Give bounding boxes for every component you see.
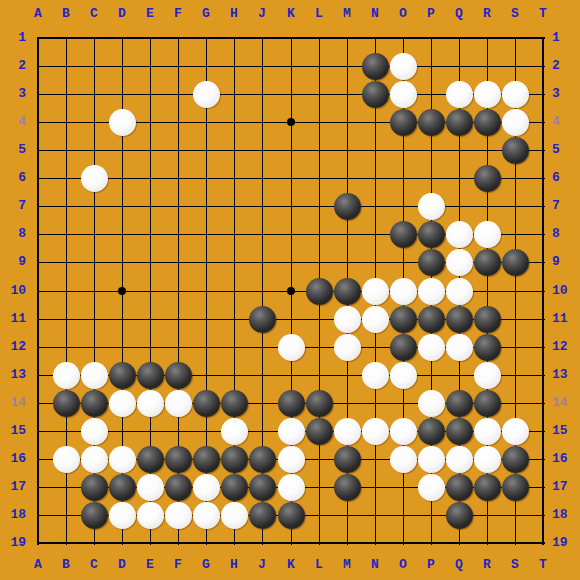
white-stone-E14[interactable] <box>137 390 164 417</box>
white-stone-N13[interactable] <box>362 362 389 389</box>
white-stone-H15[interactable] <box>221 418 248 445</box>
column-label-H: H <box>223 557 245 573</box>
black-stone-P15[interactable] <box>418 418 445 445</box>
black-stone-S5[interactable] <box>502 137 529 164</box>
black-stone-O8[interactable] <box>390 221 417 248</box>
black-stone-H14[interactable] <box>221 390 248 417</box>
row-label-2: 2 <box>0 58 26 74</box>
white-stone-Q16[interactable] <box>446 446 473 473</box>
white-stone-E18[interactable] <box>137 502 164 529</box>
white-stone-P10[interactable] <box>418 278 445 305</box>
black-stone-D13[interactable] <box>109 362 136 389</box>
black-stone-P9[interactable] <box>418 249 445 276</box>
white-stone-K17[interactable] <box>278 474 305 501</box>
column-label-D: D <box>111 557 133 573</box>
white-stone-N15[interactable] <box>362 418 389 445</box>
white-stone-C13[interactable] <box>81 362 108 389</box>
row-label-4: 4 <box>0 114 26 130</box>
white-stone-D16[interactable] <box>109 446 136 473</box>
white-stone-O10[interactable] <box>390 278 417 305</box>
column-label-M: M <box>336 6 358 22</box>
column-label-E: E <box>139 6 161 22</box>
black-stone-E16[interactable] <box>137 446 164 473</box>
white-stone-K15[interactable] <box>278 418 305 445</box>
black-stone-Q18[interactable] <box>446 502 473 529</box>
row-label-11: 11 <box>552 311 578 327</box>
white-stone-M15[interactable] <box>334 418 361 445</box>
white-stone-S4[interactable] <box>502 109 529 136</box>
white-stone-K16[interactable] <box>278 446 305 473</box>
column-label-H: H <box>223 6 245 22</box>
black-stone-M7[interactable] <box>334 193 361 220</box>
white-stone-N11[interactable] <box>362 306 389 333</box>
column-label-J: J <box>251 6 273 22</box>
column-label-N: N <box>364 6 386 22</box>
black-stone-J16[interactable] <box>249 446 276 473</box>
column-label-K: K <box>280 557 302 573</box>
star-point <box>287 118 295 126</box>
row-label-6: 6 <box>552 170 578 186</box>
white-stone-O16[interactable] <box>390 446 417 473</box>
black-stone-O12[interactable] <box>390 334 417 361</box>
black-stone-R6[interactable] <box>474 165 501 192</box>
column-label-F: F <box>167 6 189 22</box>
column-label-A: A <box>27 6 49 22</box>
black-stone-Q11[interactable] <box>446 306 473 333</box>
white-stone-K12[interactable] <box>278 334 305 361</box>
column-label-G: G <box>195 557 217 573</box>
row-label-9: 9 <box>552 254 578 270</box>
row-label-8: 8 <box>0 226 26 242</box>
white-stone-R15[interactable] <box>474 418 501 445</box>
column-label-K: K <box>280 6 302 22</box>
black-stone-H16[interactable] <box>221 446 248 473</box>
white-stone-F14[interactable] <box>165 390 192 417</box>
column-label-M: M <box>336 557 358 573</box>
row-label-14: 14 <box>0 395 26 411</box>
black-stone-N3[interactable] <box>362 81 389 108</box>
black-stone-N2[interactable] <box>362 53 389 80</box>
black-stone-S16[interactable] <box>502 446 529 473</box>
star-point <box>118 287 126 295</box>
white-stone-E17[interactable] <box>137 474 164 501</box>
black-stone-M16[interactable] <box>334 446 361 473</box>
white-stone-D18[interactable] <box>109 502 136 529</box>
row-label-16: 16 <box>552 451 578 467</box>
row-label-11: 11 <box>0 311 26 327</box>
row-label-13: 13 <box>552 367 578 383</box>
black-stone-M17[interactable] <box>334 474 361 501</box>
white-stone-D4[interactable] <box>109 109 136 136</box>
black-stone-G14[interactable] <box>193 390 220 417</box>
white-stone-G3[interactable] <box>193 81 220 108</box>
row-label-9: 9 <box>0 254 26 270</box>
white-stone-M12[interactable] <box>334 334 361 361</box>
white-stone-R8[interactable] <box>474 221 501 248</box>
row-label-17: 17 <box>552 479 578 495</box>
column-label-R: R <box>476 6 498 22</box>
black-stone-L15[interactable] <box>306 418 333 445</box>
row-label-2: 2 <box>552 58 578 74</box>
row-label-10: 10 <box>0 283 26 299</box>
star-point <box>287 287 295 295</box>
row-label-3: 3 <box>0 86 26 102</box>
white-stone-P12[interactable] <box>418 334 445 361</box>
row-label-4: 4 <box>552 114 578 130</box>
black-stone-S9[interactable] <box>502 249 529 276</box>
row-label-7: 7 <box>552 198 578 214</box>
black-stone-R11[interactable] <box>474 306 501 333</box>
black-stone-C14[interactable] <box>81 390 108 417</box>
black-stone-P11[interactable] <box>418 306 445 333</box>
white-stone-S15[interactable] <box>502 418 529 445</box>
column-label-P: P <box>420 557 442 573</box>
black-stone-D17[interactable] <box>109 474 136 501</box>
column-label-O: O <box>392 6 414 22</box>
column-label-P: P <box>420 6 442 22</box>
go-board: ABCDEFGHJKLMNOPQRST ABCDEFGHJKLMNOPQRST … <box>0 0 580 580</box>
row-label-12: 12 <box>0 339 26 355</box>
white-stone-S3[interactable] <box>502 81 529 108</box>
column-label-T: T <box>532 557 554 573</box>
black-stone-M10[interactable] <box>334 278 361 305</box>
white-stone-O2[interactable] <box>390 53 417 80</box>
column-label-Q: Q <box>448 6 470 22</box>
black-stone-R9[interactable] <box>474 249 501 276</box>
black-stone-F17[interactable] <box>165 474 192 501</box>
white-stone-R16[interactable] <box>474 446 501 473</box>
black-stone-S17[interactable] <box>502 474 529 501</box>
white-stone-R3[interactable] <box>474 81 501 108</box>
row-label-19: 19 <box>0 535 26 551</box>
black-stone-C18[interactable] <box>81 502 108 529</box>
black-stone-H17[interactable] <box>221 474 248 501</box>
white-stone-H18[interactable] <box>221 502 248 529</box>
black-stone-R12[interactable] <box>474 334 501 361</box>
white-stone-Q8[interactable] <box>446 221 473 248</box>
column-label-B: B <box>55 6 77 22</box>
white-stone-D14[interactable] <box>109 390 136 417</box>
row-label-18: 18 <box>552 507 578 523</box>
row-label-15: 15 <box>0 423 26 439</box>
grid-line-v <box>542 37 544 545</box>
row-label-10: 10 <box>552 283 578 299</box>
black-stone-Q15[interactable] <box>446 418 473 445</box>
column-label-O: O <box>392 557 414 573</box>
black-stone-G16[interactable] <box>193 446 220 473</box>
row-label-5: 5 <box>552 142 578 158</box>
white-stone-C6[interactable] <box>81 165 108 192</box>
row-label-7: 7 <box>0 198 26 214</box>
white-stone-Q12[interactable] <box>446 334 473 361</box>
row-label-1: 1 <box>0 30 26 46</box>
white-stone-O15[interactable] <box>390 418 417 445</box>
black-stone-K18[interactable] <box>278 502 305 529</box>
column-label-R: R <box>476 557 498 573</box>
white-stone-Q9[interactable] <box>446 249 473 276</box>
row-label-3: 3 <box>552 86 578 102</box>
black-stone-L10[interactable] <box>306 278 333 305</box>
column-label-F: F <box>167 557 189 573</box>
white-stone-B13[interactable] <box>53 362 80 389</box>
black-stone-R14[interactable] <box>474 390 501 417</box>
black-stone-K14[interactable] <box>278 390 305 417</box>
white-stone-C15[interactable] <box>81 418 108 445</box>
black-stone-R17[interactable] <box>474 474 501 501</box>
white-stone-B16[interactable] <box>53 446 80 473</box>
row-label-8: 8 <box>552 226 578 242</box>
black-stone-C17[interactable] <box>81 474 108 501</box>
row-label-16: 16 <box>0 451 26 467</box>
column-label-B: B <box>55 557 77 573</box>
white-stone-G18[interactable] <box>193 502 220 529</box>
column-label-G: G <box>195 6 217 22</box>
row-label-1: 1 <box>552 30 578 46</box>
column-label-N: N <box>364 557 386 573</box>
black-stone-J17[interactable] <box>249 474 276 501</box>
row-label-19: 19 <box>552 535 578 551</box>
white-stone-N10[interactable] <box>362 278 389 305</box>
column-label-J: J <box>251 557 273 573</box>
column-label-E: E <box>139 557 161 573</box>
white-stone-O3[interactable] <box>390 81 417 108</box>
column-label-C: C <box>83 557 105 573</box>
black-stone-L14[interactable] <box>306 390 333 417</box>
row-label-5: 5 <box>0 142 26 158</box>
black-stone-F16[interactable] <box>165 446 192 473</box>
row-label-17: 17 <box>0 479 26 495</box>
row-label-14: 14 <box>552 395 578 411</box>
white-stone-O13[interactable] <box>390 362 417 389</box>
column-label-L: L <box>308 6 330 22</box>
column-label-A: A <box>27 557 49 573</box>
black-stone-R4[interactable] <box>474 109 501 136</box>
white-stone-P16[interactable] <box>418 446 445 473</box>
black-stone-O4[interactable] <box>390 109 417 136</box>
white-stone-C16[interactable] <box>81 446 108 473</box>
black-stone-Q4[interactable] <box>446 109 473 136</box>
column-label-C: C <box>83 6 105 22</box>
white-stone-Q3[interactable] <box>446 81 473 108</box>
white-stone-F18[interactable] <box>165 502 192 529</box>
grid-line-h <box>37 542 545 544</box>
black-stone-O11[interactable] <box>390 306 417 333</box>
black-stone-F13[interactable] <box>165 362 192 389</box>
white-stone-R13[interactable] <box>474 362 501 389</box>
column-label-S: S <box>504 557 526 573</box>
column-label-S: S <box>504 6 526 22</box>
row-label-18: 18 <box>0 507 26 523</box>
white-stone-Q10[interactable] <box>446 278 473 305</box>
black-stone-J18[interactable] <box>249 502 276 529</box>
black-stone-P4[interactable] <box>418 109 445 136</box>
black-stone-J11[interactable] <box>249 306 276 333</box>
column-label-Q: Q <box>448 557 470 573</box>
column-label-L: L <box>308 557 330 573</box>
black-stone-B14[interactable] <box>53 390 80 417</box>
black-stone-Q14[interactable] <box>446 390 473 417</box>
row-label-15: 15 <box>552 423 578 439</box>
black-stone-P8[interactable] <box>418 221 445 248</box>
white-stone-G17[interactable] <box>193 474 220 501</box>
black-stone-Q17[interactable] <box>446 474 473 501</box>
column-label-T: T <box>532 6 554 22</box>
column-label-D: D <box>111 6 133 22</box>
row-label-12: 12 <box>552 339 578 355</box>
white-stone-P14[interactable] <box>418 390 445 417</box>
row-label-13: 13 <box>0 367 26 383</box>
white-stone-M11[interactable] <box>334 306 361 333</box>
white-stone-P17[interactable] <box>418 474 445 501</box>
white-stone-P7[interactable] <box>418 193 445 220</box>
black-stone-E13[interactable] <box>137 362 164 389</box>
row-label-6: 6 <box>0 170 26 186</box>
